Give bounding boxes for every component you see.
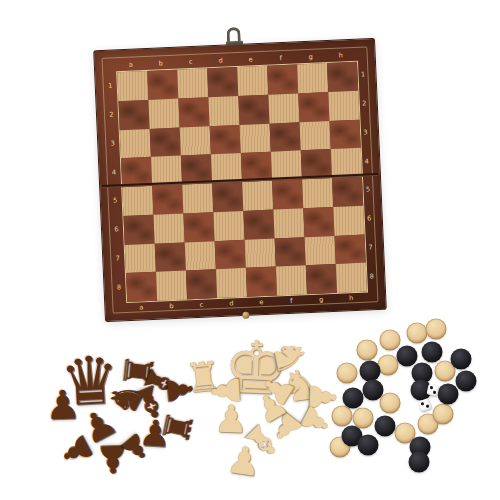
checker-piece-dark <box>363 380 384 401</box>
checker-piece-dark <box>409 452 430 473</box>
checker-piece-light <box>380 330 401 351</box>
pieces-layer: ♛♟♜♝♟♞♝♟♟♜♟♟♟ ♚♜♟♞♞♟♟♟♟♝♟♟♟ <box>0 0 500 500</box>
checker-piece-light <box>407 323 428 344</box>
dice <box>426 383 439 396</box>
checker-piece-dark <box>375 416 396 437</box>
checker-piece-dark <box>397 346 418 367</box>
checker-piece-light <box>380 393 401 414</box>
checker-piece-light <box>357 340 378 361</box>
dice <box>418 398 432 412</box>
checker-piece-dark <box>451 349 472 370</box>
chess-piece: ♟ <box>224 440 263 482</box>
checker-piece-light <box>332 406 353 427</box>
checker-piece-dark <box>360 361 381 382</box>
checker-piece-dark <box>422 342 443 363</box>
checker-piece-dark <box>343 388 364 409</box>
checker-piece-light <box>337 363 358 384</box>
checker-piece-light <box>433 404 454 425</box>
checker-piece-dark <box>358 435 379 456</box>
checker-piece-dark <box>456 371 477 392</box>
checker-piece-light <box>378 355 399 376</box>
checker-piece-light <box>426 319 447 340</box>
checker-piece-dark <box>438 384 459 405</box>
product-photo-scene: abcdefgh abcdefgh 12345678 12345678 ♛♟♜♝… <box>0 0 500 500</box>
